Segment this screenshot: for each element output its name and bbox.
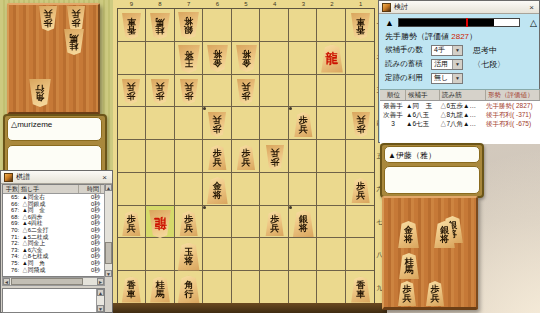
kifu-cell: ▲同 角 <box>19 260 79 267</box>
piece-kanji: 金 <box>213 59 222 68</box>
kifu-cell: 74: <box>3 253 19 260</box>
piece-kanji: 金 <box>242 59 251 68</box>
kifu-cell: 0秒 <box>79 253 101 260</box>
board-square[interactable] <box>346 206 374 239</box>
board-square[interactable] <box>146 173 174 206</box>
sente-name-panel: ▲伊藤（雅） <box>384 146 480 163</box>
piece-kanji: 龍 <box>154 217 167 230</box>
piece-kanji: 兵 <box>356 116 365 125</box>
kifu-move-row[interactable]: 74:△8七桂成0秒 <box>3 253 104 260</box>
piece-kanji: 馬 <box>405 266 414 275</box>
piece-kanji: 馬 <box>156 290 165 299</box>
board-square[interactable] <box>118 238 146 271</box>
board-square[interactable] <box>232 238 260 271</box>
kifu-window-icon <box>4 173 13 182</box>
engine-rank: 〈七段〉 <box>473 59 505 70</box>
board-square[interactable] <box>260 271 288 304</box>
board-square[interactable] <box>260 238 288 271</box>
kifu-cell: △6四歩 <box>19 214 79 221</box>
piece-kanji: 行 <box>36 85 45 94</box>
piece-kanji: 歩 <box>242 92 251 101</box>
star-point <box>289 206 292 209</box>
kifu-cell: ▲6六金 <box>19 247 79 254</box>
board-square[interactable] <box>203 238 231 271</box>
chevron-down-icon[interactable]: ▼ <box>452 74 462 83</box>
piece-kanji: 兵 <box>242 158 251 167</box>
board-square[interactable] <box>260 42 288 75</box>
piece-kanji: 兵 <box>431 294 440 303</box>
board-square[interactable] <box>346 75 374 108</box>
kifu-move-row[interactable]: 70:△6二金打0秒 <box>3 227 104 234</box>
board-square[interactable] <box>203 75 231 108</box>
kifu-cell: 71: <box>3 234 19 241</box>
eval-close: ） <box>469 32 477 41</box>
board-square[interactable] <box>346 140 374 173</box>
piece-kanji: 兵 <box>213 116 222 125</box>
piece-kanji: 歩 <box>72 19 81 28</box>
kifu-cell: △同飛成 <box>19 267 79 274</box>
kifu-cell: △同金上 <box>19 240 79 247</box>
board-square[interactable] <box>146 42 174 75</box>
board-square[interactable] <box>118 42 146 75</box>
candidate-cell: ▲同 玉 <box>406 101 440 110</box>
candidate-cell: △6五歩▲… <box>440 101 486 110</box>
piece-kanji: 兵 <box>403 294 412 303</box>
board-square[interactable] <box>317 173 345 206</box>
board-square[interactable] <box>317 140 345 173</box>
piece-kanji: 車 <box>127 17 136 26</box>
kifu-cell: 73: <box>3 247 19 254</box>
file-label: 4 <box>260 0 289 8</box>
gote-player-name: △murizeme <box>11 120 52 129</box>
board-square[interactable] <box>175 173 203 206</box>
app-stage: △murizeme 987654321一二三四五六七八九香車桂馬銀将香車王将金将… <box>0 0 540 313</box>
sente-clock-panel <box>384 166 480 194</box>
piece-kanji: 兵 <box>127 83 136 92</box>
board-square[interactable] <box>118 140 146 173</box>
board-square[interactable] <box>289 9 317 42</box>
kifu-cell: ▲4四桂 <box>19 220 79 227</box>
kifu-titlebar: 棋譜 × <box>1 171 112 184</box>
sente-player-name: ▲伊藤（雅） <box>388 151 436 160</box>
candidate-count-row: 候補手の数 4手 ▼ 思考中 <box>385 44 497 56</box>
board-square[interactable] <box>317 9 345 42</box>
piece-kanji: 将 <box>213 50 222 59</box>
board-square[interactable] <box>232 9 260 42</box>
kifu-cell: 75: <box>3 260 19 267</box>
candidate-count-select[interactable]: 4手 ▼ <box>431 45 463 56</box>
piece-kanji: 将 <box>184 257 193 266</box>
kifu-cell: ▲同金右 <box>19 194 79 201</box>
board-square[interactable] <box>289 173 317 206</box>
kifu-col-movenum: 手数 <box>3 185 19 193</box>
piece-kanji: 兵 <box>270 224 279 233</box>
board-square[interactable] <box>289 140 317 173</box>
scroll-thumb[interactable] <box>105 242 112 264</box>
thinking-status: 思考中 <box>473 45 497 56</box>
piece-kanji: 将 <box>242 50 251 59</box>
kifu-cell: 0秒 <box>79 227 101 234</box>
sente-marker: ▲ <box>385 18 394 28</box>
candidate-move-row[interactable]: 3▲6七玉△7八角▲…後手有利( -675) <box>380 119 540 128</box>
eval-value: 2827 <box>451 32 469 41</box>
kifu-cell: 0秒 <box>79 194 101 201</box>
piece-kanji: 兵 <box>127 224 136 233</box>
board-square[interactable] <box>260 75 288 108</box>
piece-kanji: 将 <box>184 50 193 59</box>
board-square[interactable] <box>175 107 203 140</box>
kifu-move-row[interactable]: 73:▲6六金0秒 <box>3 247 104 254</box>
scroll-down-icon[interactable]: ▼ <box>105 270 112 277</box>
file-label: 3 <box>289 0 318 8</box>
piece-kanji: 車 <box>356 17 365 26</box>
close-icon[interactable]: × <box>527 3 536 12</box>
piece-kanji: 将 <box>299 224 308 233</box>
gote-name-panel: △murizeme <box>7 117 102 141</box>
piece-kanji: 兵 <box>356 191 365 200</box>
piece-kanji: 兵 <box>184 224 193 233</box>
kifu-move-row[interactable]: 69:▲4四桂0秒 <box>3 220 104 227</box>
board-square[interactable] <box>317 238 345 271</box>
chevron-down-icon[interactable]: ▼ <box>452 46 462 55</box>
piece-kanji: 歩 <box>127 92 136 101</box>
evaluation-bar <box>398 18 520 27</box>
candidate-cell: 後手有利( -371) <box>486 110 540 119</box>
eval-label: （評価値 <box>417 32 451 41</box>
reading-accum-select[interactable]: 活用 ▼ <box>431 59 463 70</box>
piece-kanji: 兵 <box>44 10 53 19</box>
board-square[interactable] <box>260 173 288 206</box>
file-label: 6 <box>203 0 232 8</box>
piece-kanji: 兵 <box>156 83 165 92</box>
board-square[interactable] <box>146 107 174 140</box>
board-square[interactable] <box>260 9 288 42</box>
file-label: 1 <box>346 0 375 8</box>
kifu-cell: 0秒 <box>79 240 101 247</box>
kifu-cell: 69: <box>3 220 19 227</box>
board-square[interactable] <box>289 42 317 75</box>
board-square[interactable] <box>232 107 260 140</box>
scroll-thumb-h[interactable] <box>11 278 83 285</box>
kifu-cell: △8七桂成 <box>19 253 79 260</box>
reading-accum-label: 読みの蓄積 <box>385 59 431 69</box>
candidate-cell: ▲6八玉 <box>406 110 440 119</box>
piece-kanji: 桂 <box>70 42 79 51</box>
kifu-cell: 0秒 <box>79 220 101 227</box>
board-square[interactable] <box>317 206 345 239</box>
piece-kanji: 兵 <box>270 149 279 158</box>
evaluation-text: 先手勝勢（評価値 2827） <box>385 31 477 42</box>
kifu-cell: 0秒 <box>79 234 101 241</box>
kifu-cell: 0秒 <box>79 267 101 274</box>
board-square[interactable] <box>317 271 345 304</box>
kifu-cell: △同銀成 <box>19 201 79 208</box>
piece-kanji: 馬 <box>70 34 79 43</box>
col-line: 読み筋 <box>440 90 486 100</box>
kifu-cell: 68: <box>3 214 19 221</box>
kifu-cell: 67: <box>3 207 19 214</box>
close-icon[interactable]: × <box>100 173 109 182</box>
scroll-up-icon[interactable]: ▲ <box>97 289 104 296</box>
kifu-move-list[interactable]: 手数 指し手 時間 65:▲同金右0秒66:△同銀成0秒67:▲同 金0秒68:… <box>2 184 105 277</box>
piece-kanji: 将 <box>213 191 222 200</box>
board-bottom-edge <box>113 303 387 313</box>
board-square[interactable] <box>203 271 231 304</box>
joseki-label: 定跡の利用 <box>385 73 431 83</box>
chevron-down-icon[interactable]: ▼ <box>452 60 462 69</box>
kifu-cell: ▲5二桂成 <box>19 234 79 241</box>
piece-kanji: 兵 <box>242 83 251 92</box>
board-square[interactable] <box>146 238 174 271</box>
analysis-window-icon <box>382 3 391 12</box>
candidate-cell: 次善手 <box>380 110 406 119</box>
piece-kanji: 銀 <box>184 26 193 35</box>
board-square[interactable] <box>203 206 231 239</box>
scroll-left-icon[interactable]: ◄ <box>3 278 10 285</box>
candidate-cell: 後手有利( -675) <box>486 119 540 128</box>
kifu-cell: △6二金打 <box>19 227 79 234</box>
candidate-table-header: 順位 候補手 読み筋 形勢（評価値） <box>380 90 540 101</box>
comment-scrollbar[interactable]: ▲ ▼ <box>96 289 104 312</box>
kifu-move-row[interactable]: 65:▲同金右0秒 <box>3 194 104 201</box>
kifu-cell: 70: <box>3 227 19 234</box>
kifu-window: 棋譜 × 手数 指し手 時間 65:▲同金右0秒66:△同銀成0秒67:▲同 金… <box>0 170 113 313</box>
star-point <box>203 206 206 209</box>
board-square[interactable] <box>232 173 260 206</box>
shogi-board: 987654321一二三四五六七八九香車桂馬銀将香車王将金将金将龍歩兵歩兵歩兵歩… <box>113 0 383 305</box>
candidate-cell: 3 <box>380 119 406 128</box>
kifu-col-move: 指し手 <box>19 185 79 193</box>
candidate-move-row[interactable]: 最善手▲同 玉△6五歩▲…先手勝勢( 2827) <box>380 101 540 110</box>
file-label: 9 <box>117 0 146 8</box>
piece-kanji: 歩 <box>356 125 365 134</box>
piece-kanji: 歩 <box>156 92 165 101</box>
board-square[interactable] <box>346 42 374 75</box>
evaluation-bar-fill <box>399 19 494 26</box>
candidate-cell: △7八角▲… <box>440 119 486 128</box>
kifu-cell: ▲同 金 <box>19 207 79 214</box>
board-square[interactable] <box>317 107 345 140</box>
kifu-horizontal-scrollbar[interactable]: ◄ ► <box>2 277 105 286</box>
candidate-count-value: 4手 <box>432 45 452 55</box>
candidate-move-table[interactable]: 順位 候補手 読み筋 形勢（評価値） 最善手▲同 玉△6五歩▲…先手勝勢( 28… <box>380 89 540 144</box>
reading-accum-value: 活用 <box>432 59 452 69</box>
piece-kanji: 歩 <box>44 19 53 28</box>
piece-kanji: 車 <box>356 290 365 299</box>
candidate-cell: 最善手 <box>380 101 406 110</box>
evaluation-bar-tick <box>466 18 468 27</box>
kifu-cell: 0秒 <box>79 260 101 267</box>
joseki-row: 定跡の利用 無し ▼ <box>385 72 463 84</box>
piece-kanji: 歩 <box>213 125 222 134</box>
reading-accum-row: 読みの蓄積 活用 ▼ 〈七段〉 <box>385 58 505 70</box>
kifu-move-row[interactable]: 72:△同金上0秒 <box>3 240 104 247</box>
evaluation-bar-row: ▲ △ <box>379 17 540 29</box>
col-rank: 順位 <box>380 90 406 100</box>
piece-kanji: 兵 <box>184 83 193 92</box>
kifu-window-title: 棋譜 <box>16 172 100 182</box>
star-point <box>289 107 292 110</box>
board-square[interactable] <box>118 107 146 140</box>
kifu-move-row[interactable]: 66:△同銀成0秒 <box>3 201 104 208</box>
kifu-comment-box[interactable]: ▲ ▼ <box>2 288 105 313</box>
candidate-count-label: 候補手の数 <box>385 45 431 55</box>
kifu-move-row[interactable]: 75:▲同 角0秒 <box>3 260 104 267</box>
analysis-titlebar: 検討 × <box>379 1 539 14</box>
star-point <box>203 107 206 110</box>
kifu-move-row[interactable]: 67:▲同 金0秒 <box>3 207 104 214</box>
board-square[interactable] <box>232 271 260 304</box>
kifu-move-row[interactable]: 71:▲5二桂成0秒 <box>3 234 104 241</box>
gote-marker: △ <box>530 18 537 28</box>
joseki-value: 無し <box>432 73 452 83</box>
analysis-window: 検討 × ▲ △ 先手勝勢（評価値 2827） 候補手の数 4手 ▼ 思考中 読… <box>378 0 540 143</box>
analysis-window-title: 検討 <box>394 2 527 12</box>
file-label: 5 <box>232 0 261 8</box>
piece-kanji: 馬 <box>156 17 165 26</box>
candidate-move-row[interactable]: 次善手▲6八玉△8九龍▲…後手有利( -371) <box>380 110 540 119</box>
piece-kanji: 将 <box>440 235 449 244</box>
board-square[interactable] <box>346 238 374 271</box>
candidate-cell: 先手勝勢( 2827) <box>486 101 540 110</box>
board-square[interactable] <box>118 173 146 206</box>
piece-kanji: 歩 <box>270 158 279 167</box>
piece-kanji: 将 <box>184 17 193 26</box>
scroll-down-icon[interactable]: ▼ <box>97 305 104 312</box>
piece-kanji: 車 <box>127 290 136 299</box>
board-square[interactable] <box>175 140 203 173</box>
piece-kanji: 龍 <box>326 52 339 65</box>
scroll-up-icon[interactable]: ▲ <box>105 184 112 191</box>
kifu-cell: 76: <box>3 267 19 274</box>
piece-kanji: 角 <box>36 93 45 102</box>
board-square[interactable] <box>260 107 288 140</box>
candidate-cell: △8九龍▲… <box>440 110 486 119</box>
col-eval: 形勢（評価値） <box>486 90 540 100</box>
file-label: 8 <box>146 0 175 8</box>
col-candidate: 候補手 <box>406 90 440 100</box>
kifu-vertical-scrollbar[interactable]: ▲ ▼ <box>104 184 112 277</box>
file-label: 2 <box>318 0 347 8</box>
board-square[interactable] <box>146 140 174 173</box>
piece-kanji: 兵 <box>299 125 308 134</box>
board-square[interactable] <box>203 9 231 42</box>
piece-kanji: 行 <box>184 290 193 299</box>
piece-kanji: 兵 <box>72 10 81 19</box>
judgement-text: 先手勝勢 <box>385 32 417 41</box>
kifu-col-time: 時間 <box>79 185 101 193</box>
joseki-select[interactable]: 無し ▼ <box>431 73 463 84</box>
piece-kanji: 将 <box>404 235 413 244</box>
board-square[interactable] <box>289 75 317 108</box>
board-square[interactable] <box>289 238 317 271</box>
piece-kanji: 歩 <box>184 92 193 101</box>
kifu-cell: 0秒 <box>79 201 101 208</box>
kifu-list-header: 手数 指し手 時間 <box>3 185 104 194</box>
board-square[interactable] <box>232 206 260 239</box>
kifu-cell: 72: <box>3 240 19 247</box>
kifu-cell: 0秒 <box>79 247 101 254</box>
kifu-cell: 65: <box>3 194 19 201</box>
kifu-cell: 0秒 <box>79 214 101 221</box>
board-square[interactable] <box>289 271 317 304</box>
kifu-move-row[interactable]: 76:△同飛成0秒 <box>3 267 104 274</box>
scroll-right-icon[interactable]: ► <box>97 278 104 285</box>
kifu-move-row[interactable]: 68:△6四歩0秒 <box>3 214 104 221</box>
piece-kanji: 兵 <box>213 158 222 167</box>
kifu-cell: 0秒 <box>79 207 101 214</box>
candidate-cell: ▲6七玉 <box>406 119 440 128</box>
file-label: 7 <box>174 0 203 8</box>
kifu-cell: 66: <box>3 201 19 208</box>
board-square[interactable] <box>317 75 345 108</box>
